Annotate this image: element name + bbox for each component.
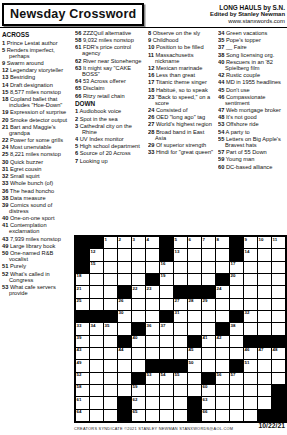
clue-down-53: 53 Offshore ride [218, 121, 286, 127]
grid-cell[interactable]: 19 [160, 274, 173, 285]
grid-cell[interactable]: 55 [174, 373, 187, 384]
grid-cell[interactable] [174, 336, 187, 347]
clue-down-4: 4 UV Index monitor [75, 136, 145, 142]
clue-across-21: 21 Bart and Maggie's grandpa [2, 124, 72, 136]
cell-number: 23 [147, 286, 152, 291]
grid-cell[interactable] [132, 348, 145, 359]
grid-cell[interactable] [258, 311, 271, 322]
clue-across-25: 25 8,221 miles nonstop [2, 151, 72, 157]
grid-cell[interactable] [90, 410, 103, 421]
grid-cell[interactable] [244, 323, 257, 334]
grid-cell[interactable] [202, 274, 215, 285]
grid-cell[interactable]: 65 [132, 410, 145, 421]
cell-number: 63 [203, 397, 208, 402]
grid-cell[interactable] [146, 385, 159, 396]
grid-cell[interactable]: 4 [146, 237, 159, 248]
black-square [76, 262, 89, 273]
grid-cell[interactable]: 14 [244, 249, 257, 260]
grid-cell[interactable]: 40 [132, 336, 145, 347]
grid-cell[interactable]: 48 [272, 348, 285, 359]
grid-cell[interactable] [174, 410, 187, 421]
clue-down-47: 47 Web mortgage broker [218, 107, 286, 113]
grid-cell[interactable] [104, 262, 117, 273]
masthead: LONG HAULS by S.N. Edited by Stanley New… [210, 4, 285, 25]
clue-down-17: 17 Titanic theme singer [148, 79, 216, 85]
clue-down-9: 9 Childhood [148, 37, 216, 43]
grid-cell[interactable] [188, 274, 201, 285]
grid-cell[interactable] [202, 311, 215, 322]
black-square [272, 385, 285, 396]
grid-cell[interactable] [188, 385, 201, 396]
grid-cell[interactable] [258, 262, 271, 273]
grid-cell[interactable] [244, 397, 257, 408]
grid-cell[interactable] [146, 397, 159, 408]
grid-cell[interactable]: 34 [90, 323, 103, 334]
grid-cell[interactable]: 33 [76, 323, 89, 334]
grid-cell[interactable] [90, 385, 103, 396]
grid-cell[interactable] [174, 397, 187, 408]
grid-cell[interactable] [272, 373, 285, 384]
grid-cell[interactable]: 1 [104, 237, 117, 248]
cell-number: 24 [217, 286, 222, 291]
grid-cell[interactable]: 31 [174, 311, 187, 322]
cell-number: 22 [133, 286, 138, 291]
clue-across-13: 13 Bestriding [2, 74, 72, 80]
cell-number: 47 [259, 347, 264, 352]
grid-cell[interactable]: 22 [132, 286, 145, 297]
header-divider [0, 27, 287, 28]
cell-number: 14 [245, 249, 250, 254]
grid-cell[interactable] [146, 262, 159, 273]
clue-across-50: 50 One-named R&B vocalist [2, 250, 72, 262]
grid-cell[interactable] [202, 323, 215, 334]
cell-number: 12 [91, 249, 96, 254]
cell-number: 46 [245, 347, 250, 352]
grid-cell[interactable] [90, 397, 103, 408]
clue-across-9: 9 Swarm around [2, 60, 72, 66]
cell-number: 2 [119, 237, 121, 242]
grid-cell[interactable]: 17 [230, 262, 243, 273]
grid-cell[interactable]: 63 [202, 397, 215, 408]
grid-cell[interactable]: 35 [104, 323, 117, 334]
grid-cell[interactable]: 57 [230, 373, 243, 384]
grid-cell[interactable] [146, 299, 159, 310]
grid-cell[interactable] [132, 249, 145, 260]
grid-cell[interactable]: 50 [188, 360, 201, 371]
clue-down-54: 54 A party to [218, 129, 286, 135]
grid-cell[interactable]: 54 [160, 373, 173, 384]
grid-cell[interactable]: 51 [244, 360, 257, 371]
cell-number: 45 [189, 347, 194, 352]
grid-cell[interactable]: 36 [146, 323, 159, 334]
grid-cell[interactable] [230, 336, 243, 347]
grid-cell[interactable] [118, 360, 131, 371]
grid-cell[interactable] [272, 323, 285, 334]
clue-across-62: 62 River near Stonehenge [75, 58, 145, 64]
grid-cell[interactable] [174, 348, 187, 359]
grid-cell[interactable] [104, 274, 117, 285]
grid-cell[interactable] [104, 397, 117, 408]
cell-number: 18 [77, 273, 82, 278]
grid-cell[interactable]: 44 [118, 348, 131, 359]
black-square [118, 336, 131, 347]
grid-cell[interactable] [272, 249, 285, 260]
section-header: DOWN [75, 100, 145, 107]
clue-down-34: 34 Green vacations [218, 30, 286, 36]
black-square [258, 336, 271, 347]
black-square [174, 360, 187, 371]
cell-number: 1 [105, 237, 107, 242]
black-square [160, 311, 173, 322]
page-title: Newsday Crossword [2, 3, 144, 26]
black-square [132, 323, 145, 334]
clue-down-46: 46 Compassionate sentiment [218, 94, 286, 106]
grid-cell[interactable] [132, 262, 145, 273]
grid-cell[interactable] [188, 249, 201, 260]
cell-number: 52 [77, 372, 82, 377]
clue-down-37: 37 __ Faire [218, 44, 286, 50]
grid-cell[interactable] [258, 249, 271, 260]
grid-cell[interactable]: 37 [160, 323, 173, 334]
grid-cell[interactable] [258, 299, 271, 310]
grid-cell[interactable] [216, 360, 229, 371]
clue-across-24: 24 Most unenviable [2, 144, 72, 150]
grid-cell[interactable] [202, 262, 215, 273]
grid-cell[interactable]: 38 [230, 323, 243, 334]
black-square [90, 311, 103, 322]
black-square [118, 410, 131, 421]
grid-cell[interactable]: 39 [76, 336, 89, 347]
black-square [244, 336, 257, 347]
cell-number: 17 [231, 261, 236, 266]
grid-cell[interactable]: 25 [76, 299, 89, 310]
clue-across-56: 56 ZZZQuil alternative [75, 30, 145, 36]
grid-cell[interactable] [272, 360, 285, 371]
grid-cell[interactable] [216, 348, 229, 359]
grid-cell[interactable] [188, 323, 201, 334]
grid-cell[interactable]: 45 [188, 348, 201, 359]
grid-cell[interactable] [104, 410, 117, 421]
clue-across-33: 33 Whole bunch (of) [2, 180, 72, 186]
clue-down-60: 60 DC-based alliance [218, 164, 286, 170]
black-square [76, 237, 89, 248]
grid-cell[interactable] [216, 262, 229, 273]
cell-number: 13 [175, 249, 180, 254]
black-square [146, 360, 159, 371]
clue-down-16: 16 Less than great [148, 72, 216, 78]
grid-cell[interactable] [258, 373, 271, 384]
black-square [160, 237, 173, 248]
website-link[interactable]: www.stanxwords.com [210, 18, 285, 25]
grid-cell[interactable]: 62 [132, 397, 145, 408]
clue-down-35: 35 Pope's topper [218, 37, 286, 43]
clue-down-40: 40 Rescuers in an '82 Spielberg film [218, 59, 286, 71]
grid-cell[interactable]: 8 [216, 237, 229, 248]
grid-cell[interactable]: 60 [202, 385, 215, 396]
grid-cell[interactable] [202, 348, 215, 359]
grid-cell[interactable] [188, 311, 201, 322]
grid-cell[interactable]: 21 [76, 286, 89, 297]
grid-cell[interactable]: 46 [244, 348, 257, 359]
grid-cell[interactable] [230, 299, 243, 310]
grid-cell[interactable] [216, 299, 229, 310]
black-square [76, 249, 89, 260]
grid-cell[interactable] [118, 262, 131, 273]
grid-cell[interactable] [188, 373, 201, 384]
clue-down-1: 1 Audiobook voice [75, 108, 145, 114]
grid-cell[interactable]: 11 [272, 237, 285, 248]
grid-cell[interactable] [230, 348, 243, 359]
grid-cell[interactable]: 30 [118, 311, 131, 322]
clue-down-38: 38 Song licensing org. [218, 52, 286, 58]
grid-cell[interactable]: 58 [76, 385, 89, 396]
grid-cell[interactable]: 26 [118, 299, 131, 310]
grid-cell[interactable] [258, 385, 271, 396]
grid-cell[interactable] [244, 299, 257, 310]
black-square [230, 249, 243, 260]
grid-cell[interactable]: 61 [76, 397, 89, 408]
grid-cell[interactable] [132, 299, 145, 310]
black-square [160, 249, 173, 260]
grid-cell[interactable] [258, 360, 271, 371]
grid-cell[interactable] [244, 274, 257, 285]
grid-cell[interactable]: 42 [216, 336, 229, 347]
grid-cell[interactable] [90, 360, 103, 371]
clue-down-5: 5 High school department [75, 143, 145, 149]
cell-number: 66 [203, 409, 208, 414]
grid-cell[interactable]: 52 [76, 373, 89, 384]
clue-column-3: 8 Observe on the sly9 Childhood10 Positi… [148, 30, 216, 233]
grid-cell[interactable] [160, 286, 173, 297]
grid-cell[interactable] [258, 274, 271, 285]
clue-across-41: 41 Contemplation exclamation [2, 222, 72, 234]
grid-cell[interactable] [160, 410, 173, 421]
clue-across-30: 30 Quick buzzer [2, 159, 72, 165]
clue-down-55: 55 Letters on Big Apple's Bravest hats [218, 136, 286, 148]
grid-cell[interactable] [132, 274, 145, 285]
grid-cell[interactable]: 12 [90, 249, 103, 260]
cell-number: 5 [175, 237, 177, 242]
grid-cell[interactable] [230, 410, 243, 421]
grid-cell[interactable]: 3 [132, 237, 145, 248]
grid-cell[interactable] [244, 286, 257, 297]
grid-cell[interactable] [146, 311, 159, 322]
grid-cell[interactable] [90, 348, 103, 359]
cell-number: 11 [273, 237, 278, 242]
grid-cell[interactable]: 53 [146, 373, 159, 384]
grid-cell[interactable]: 2 [118, 237, 131, 248]
grid-cell[interactable]: 23 [146, 286, 159, 297]
grid-cell[interactable] [230, 385, 243, 396]
grid-cell[interactable] [258, 397, 271, 408]
clue-down-29: 29 Of superior strength [148, 142, 216, 148]
cell-number: 62 [133, 397, 138, 402]
grid-cell[interactable] [118, 274, 131, 285]
grid-cell[interactable] [104, 348, 117, 359]
grid-cell[interactable] [230, 397, 243, 408]
grid-cell[interactable] [160, 385, 173, 396]
grid-cell[interactable]: 49 [76, 360, 89, 371]
grid-cell[interactable] [202, 249, 215, 260]
cell-number: 19 [161, 273, 166, 278]
grid-cell[interactable]: 7 [202, 237, 215, 248]
cell-number: 20 [231, 273, 236, 278]
grid-cell[interactable] [104, 360, 117, 371]
grid-cell[interactable] [160, 397, 173, 408]
grid-cell[interactable]: 5 [174, 237, 187, 248]
cell-number: 44 [119, 347, 124, 352]
grid-cell[interactable] [244, 373, 257, 384]
grid-cell[interactable]: 47 [258, 348, 271, 359]
grid-cell[interactable] [104, 299, 117, 310]
crossword-grid[interactable]: 1234567891011121314151617181920212223242… [74, 235, 287, 423]
grid-cell[interactable] [132, 311, 145, 322]
grid-cell[interactable] [272, 286, 285, 297]
grid-cell[interactable] [216, 311, 229, 322]
grid-cell[interactable] [160, 299, 173, 310]
grid-cell[interactable] [244, 385, 257, 396]
grid-cell[interactable] [244, 262, 257, 273]
grid-cell[interactable]: 29 [202, 299, 215, 310]
black-square [258, 410, 271, 421]
grid-cell[interactable] [104, 385, 117, 396]
cell-number: 43 [77, 347, 82, 352]
grid-cell[interactable]: 6 [188, 237, 201, 248]
cell-number: 10 [259, 237, 264, 242]
grid-cell[interactable]: 66 [202, 410, 215, 421]
clue-across-53: 53 What cafe servers provide [2, 284, 72, 296]
grid-cell[interactable]: 59 [132, 385, 145, 396]
grid-cell[interactable] [174, 323, 187, 334]
grid-cell[interactable] [146, 410, 159, 421]
grid-cell[interactable] [90, 274, 103, 285]
grid-cell[interactable]: 10 [258, 237, 271, 248]
black-square [230, 237, 243, 248]
clue-across-64: 64 53 Across offerer [75, 78, 145, 84]
grid-cell[interactable] [118, 373, 131, 384]
clue-column-4: 34 Green vacations35 Pope's topper37 __ … [218, 30, 286, 233]
grid-cell[interactable]: 28 [188, 299, 201, 310]
grid-cell[interactable] [216, 410, 229, 421]
grid-cell[interactable] [244, 410, 257, 421]
grid-cell[interactable] [160, 336, 173, 347]
grid-cell[interactable]: 56 [216, 373, 229, 384]
grid-cell[interactable] [216, 397, 229, 408]
grid-cell[interactable]: 9 [244, 237, 257, 248]
grid-cell[interactable]: 18 [76, 274, 89, 285]
grid-cell[interactable] [90, 336, 103, 347]
grid-cell[interactable] [104, 286, 117, 297]
cell-number: 60 [203, 384, 208, 389]
black-square [104, 311, 117, 322]
grid-cell[interactable] [272, 299, 285, 310]
grid-cell[interactable] [174, 262, 187, 273]
clue-across-39: 39 Comics sound of distress [2, 202, 72, 214]
clue-across-5: 5 Renders imperfect, perhaps [2, 47, 72, 59]
grid-cell[interactable] [174, 385, 187, 396]
grid-cell[interactable]: 64 [76, 410, 89, 421]
grid-cell[interactable] [90, 373, 103, 384]
cell-number: 61 [77, 397, 82, 402]
grid-cell[interactable]: 27 [174, 299, 187, 310]
grid-cell[interactable] [258, 286, 271, 297]
editor-credit: Edited by Stanley Newman [210, 11, 285, 18]
clue-across-52: 52 What's called in Congress [2, 271, 72, 283]
clue-down-7: 7 Looking up [75, 158, 145, 164]
grid-cell[interactable]: 41 [202, 336, 215, 347]
grid-cell[interactable] [146, 249, 159, 260]
clue-down-8: 8 Observe on the sly [148, 30, 216, 36]
grid-cell[interactable]: 20 [230, 274, 243, 285]
grid-cell[interactable] [230, 286, 243, 297]
clue-down-48: 48 It's not good [218, 114, 286, 120]
grid-cell[interactable] [216, 249, 229, 260]
cell-number: 41 [203, 335, 208, 340]
grid-cell[interactable]: 16 [160, 262, 173, 273]
grid-cell[interactable] [160, 348, 173, 359]
clue-across-66: 66 Ritzy retail chain [75, 93, 145, 99]
grid-cell[interactable]: 13 [174, 249, 187, 260]
clue-down-10: 10 Position to be filled [148, 44, 216, 50]
cell-number: 56 [217, 372, 222, 377]
grid-cell[interactable] [118, 323, 131, 334]
grid-cell[interactable] [272, 274, 285, 285]
grid-cell[interactable] [272, 311, 285, 322]
grid-cell[interactable] [104, 249, 117, 260]
grid-cell[interactable] [202, 360, 215, 371]
grid-cell[interactable] [216, 385, 229, 396]
cell-number: 26 [119, 298, 124, 303]
grid-cell[interactable] [174, 274, 187, 285]
grid-cell[interactable] [146, 348, 159, 359]
black-square [230, 311, 243, 322]
grid-cell[interactable] [118, 385, 131, 396]
cell-number: 31 [175, 310, 180, 315]
grid-cell[interactable] [104, 336, 117, 347]
grid-cell[interactable] [118, 249, 131, 260]
cell-number: 34 [91, 323, 96, 328]
clue-across-19: 19 Expression of surprise [2, 109, 72, 115]
clue-down-28: 28 Broad band in East Asia [148, 129, 216, 141]
grid-cell[interactable]: 15 [90, 262, 103, 273]
cell-number: 7 [203, 237, 205, 242]
clue-down-27: 27 World's highest region [148, 121, 216, 127]
cell-number: 40 [133, 335, 138, 340]
grid-cell[interactable] [132, 360, 145, 371]
cell-number: 49 [77, 360, 82, 365]
clue-down-59: 59 Young man [218, 156, 286, 162]
grid-cell[interactable] [90, 299, 103, 310]
grid-cell[interactable] [272, 262, 285, 273]
grid-cell[interactable]: 24 [216, 286, 229, 297]
clue-down-44: 44 MD in 1955 headlines [218, 79, 286, 85]
cell-number: 33 [77, 323, 82, 328]
puzzle-date: 10/22/21 [259, 422, 285, 429]
clue-down-57: 57 Part of 55 Down [218, 149, 286, 155]
grid-cell[interactable] [146, 336, 159, 347]
grid-cell[interactable] [258, 323, 271, 334]
black-square [118, 397, 131, 408]
grid-cell[interactable] [90, 286, 103, 297]
cell-number: 42 [217, 335, 222, 340]
cell-number: 53 [147, 372, 152, 377]
grid-cell[interactable] [188, 262, 201, 273]
grid-cell[interactable] [104, 373, 117, 384]
grid-cell[interactable]: 43 [76, 348, 89, 359]
cell-number: 64 [77, 409, 82, 414]
grid-cell[interactable]: 32 [244, 311, 257, 322]
clue-across-14: 14 Draft designation [2, 82, 72, 88]
